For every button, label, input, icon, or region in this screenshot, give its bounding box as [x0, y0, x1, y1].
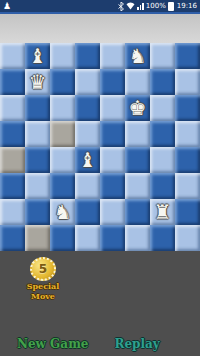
square-a2[interactable]: [0, 199, 25, 225]
status-icons: 100% 19:16: [118, 0, 197, 12]
square-d3[interactable]: [75, 173, 100, 199]
piece-white-rook[interactable]: ♜: [150, 199, 175, 225]
square-h4[interactable]: [175, 147, 200, 173]
square-g7[interactable]: [150, 69, 175, 95]
square-b3[interactable]: [25, 173, 50, 199]
square-a1[interactable]: [0, 225, 25, 251]
clock-label: 19:16: [177, 0, 197, 12]
bluetooth-icon: [118, 2, 124, 11]
phone-screen: ♟ 100% 19:16 ♝♞♛♚♝♞♜ 5 Special Move New: [0, 0, 200, 356]
square-a3[interactable]: [0, 173, 25, 199]
square-f7[interactable]: [125, 69, 150, 95]
square-b4[interactable]: [25, 147, 50, 173]
wifi-icon: [126, 2, 135, 10]
square-e8[interactable]: [100, 43, 125, 69]
notification-area: ♟: [3, 1, 11, 11]
square-d2[interactable]: [75, 199, 100, 225]
square-c2[interactable]: ♞: [50, 199, 75, 225]
square-g6[interactable]: [150, 95, 175, 121]
replay-button[interactable]: Replay: [114, 337, 159, 351]
special-move-button[interactable]: 5 Special Move: [14, 257, 72, 301]
square-a6[interactable]: [0, 95, 25, 121]
piece-white-bishop[interactable]: ♝: [25, 43, 50, 69]
square-c5[interactable]: [50, 121, 75, 147]
square-b2[interactable]: [25, 199, 50, 225]
square-c4[interactable]: [50, 147, 75, 173]
square-g4[interactable]: [150, 147, 175, 173]
piece-black-undefined[interactable]: [50, 173, 75, 199]
square-c3[interactable]: [50, 173, 75, 199]
square-c7[interactable]: [50, 69, 75, 95]
square-g2[interactable]: ♜: [150, 199, 175, 225]
square-h1[interactable]: [175, 225, 200, 251]
square-d8[interactable]: [75, 43, 100, 69]
square-a8[interactable]: [0, 43, 25, 69]
square-b5[interactable]: [25, 121, 50, 147]
square-f2[interactable]: [125, 199, 150, 225]
square-f3[interactable]: [125, 173, 150, 199]
special-move-label[interactable]: Special Move: [14, 282, 72, 301]
cellular-signal-icon: [137, 3, 144, 10]
square-e4[interactable]: [100, 147, 125, 173]
square-b1[interactable]: [25, 225, 50, 251]
piece-white-queen[interactable]: ♛: [25, 69, 50, 95]
square-c1[interactable]: [50, 225, 75, 251]
square-f6[interactable]: ♚: [125, 95, 150, 121]
piece-black-undefined[interactable]: [125, 121, 150, 147]
chess-app-notification-icon: ♟: [3, 1, 11, 11]
status-bar: ♟ 100% 19:16: [0, 0, 200, 12]
square-d4[interactable]: ♝: [75, 147, 100, 173]
footer-buttons: New Game Replay: [0, 337, 200, 351]
square-a5[interactable]: [0, 121, 25, 147]
square-e1[interactable]: [100, 225, 125, 251]
piece-white-king[interactable]: ♚: [125, 95, 150, 121]
square-g1[interactable]: [150, 225, 175, 251]
square-e6[interactable]: [100, 95, 125, 121]
square-h6[interactable]: [175, 95, 200, 121]
square-a4[interactable]: [0, 147, 25, 173]
square-c8[interactable]: [50, 43, 75, 69]
piece-white-knight[interactable]: ♞: [125, 43, 150, 69]
square-e3[interactable]: [100, 173, 125, 199]
square-g8[interactable]: [150, 43, 175, 69]
square-h8[interactable]: [175, 43, 200, 69]
square-b6[interactable]: [25, 95, 50, 121]
piece-white-bishop[interactable]: ♝: [75, 147, 100, 173]
square-d6[interactable]: [75, 95, 100, 121]
square-d7[interactable]: [75, 69, 100, 95]
square-f5[interactable]: [125, 121, 150, 147]
new-game-button[interactable]: New Game: [17, 337, 88, 351]
square-g3[interactable]: [150, 173, 175, 199]
square-h5[interactable]: [175, 121, 200, 147]
square-f1[interactable]: [125, 225, 150, 251]
square-h3[interactable]: [175, 173, 200, 199]
piece-black-undefined[interactable]: [50, 69, 75, 95]
square-d1[interactable]: [75, 225, 100, 251]
bottom-panel: 5 Special Move New Game Replay: [0, 251, 200, 356]
square-g5[interactable]: [150, 121, 175, 147]
square-a7[interactable]: [0, 69, 25, 95]
square-c6[interactable]: [50, 95, 75, 121]
battery-icon: [168, 1, 175, 11]
square-d5[interactable]: [75, 121, 100, 147]
chess-board: ♝♞♛♚♝♞♜: [0, 43, 200, 251]
square-b8[interactable]: ♝: [25, 43, 50, 69]
square-e5[interactable]: [100, 121, 125, 147]
square-f8[interactable]: ♞: [125, 43, 150, 69]
battery-percent-label: 100%: [146, 0, 166, 12]
board-top-margin: [0, 14, 200, 43]
piece-black-undefined[interactable]: [25, 121, 50, 147]
piece-white-knight[interactable]: ♞: [50, 199, 75, 225]
square-h2[interactable]: [175, 199, 200, 225]
square-e7[interactable]: [100, 69, 125, 95]
special-move-coin-icon[interactable]: 5: [30, 257, 56, 281]
piece-black-undefined[interactable]: [75, 121, 100, 147]
square-f4[interactable]: [125, 147, 150, 173]
square-e2[interactable]: [100, 199, 125, 225]
square-h7[interactable]: [175, 69, 200, 95]
piece-black-undefined[interactable]: [100, 173, 125, 199]
square-b7[interactable]: ♛: [25, 69, 50, 95]
piece-black-undefined[interactable]: [150, 43, 175, 69]
